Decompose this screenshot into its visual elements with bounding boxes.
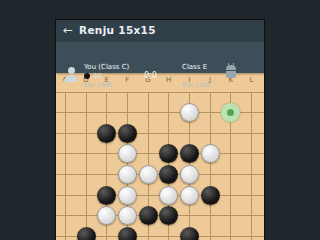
white-stone-E7 (97, 206, 116, 225)
white-stone-F6 (118, 186, 137, 205)
hint-marker[interactable] (221, 103, 240, 122)
white-stone-J4 (201, 144, 220, 163)
black-stone-E3 (97, 124, 116, 143)
grid-line-vertical (210, 92, 211, 240)
game-board[interactable]: CDEFGHIJKL (56, 73, 264, 240)
white-stone-F4 (118, 144, 137, 163)
white-stone-I5 (180, 165, 199, 184)
grid-line-horizontal (56, 92, 264, 93)
black-stone-H7 (159, 206, 178, 225)
player-avatar-icon (63, 67, 79, 83)
black-stone-J6 (201, 186, 220, 205)
match-score: 0:0 (144, 71, 157, 80)
black-stone-H5 (159, 165, 178, 184)
player-stone-count: 30 (84, 72, 101, 80)
black-stone-H4 (159, 144, 178, 163)
opponent-elo: Elo: 1100 (182, 81, 210, 88)
player-name: You (Class C) (84, 63, 129, 71)
grid-line-vertical (86, 92, 87, 240)
white-stone-F5 (118, 165, 137, 184)
black-stone-F8 (118, 227, 137, 240)
grid-line-horizontal (56, 133, 264, 134)
grid-line-vertical (65, 92, 66, 240)
white-stone-G5 (139, 165, 158, 184)
stone-count-value: 30 (93, 72, 101, 80)
white-stone-F7 (118, 206, 137, 225)
white-stone-I6 (180, 186, 199, 205)
black-stone-I4 (180, 144, 199, 163)
black-stone-D8 (77, 227, 96, 240)
app-bar: ← Renju 15x15 (56, 20, 264, 40)
page-title: Renju 15x15 (79, 24, 156, 36)
black-stone-I8 (180, 227, 199, 240)
black-stone-G7 (139, 206, 158, 225)
column-label-L: L (244, 76, 258, 84)
grid-line-vertical (251, 92, 252, 240)
column-label-F: F (120, 76, 134, 84)
opponent-class: Class E (182, 63, 207, 71)
column-label-H: H (162, 76, 176, 84)
player-info-bar: You (Class C) 30 Elo: 1800 0:0 Class E E… (56, 40, 264, 73)
back-icon[interactable]: ← (56, 20, 79, 40)
player-elo: Elo: 1800 (84, 81, 112, 88)
white-stone-I2 (180, 103, 199, 122)
black-stone-icon (84, 73, 90, 79)
white-stone-H6 (159, 186, 178, 205)
app-window: ← Renju 15x15 You (Class C) 30 Elo: 1800… (56, 20, 264, 240)
black-stone-E6 (97, 186, 116, 205)
robot-icon (224, 65, 238, 81)
black-stone-F3 (118, 124, 137, 143)
